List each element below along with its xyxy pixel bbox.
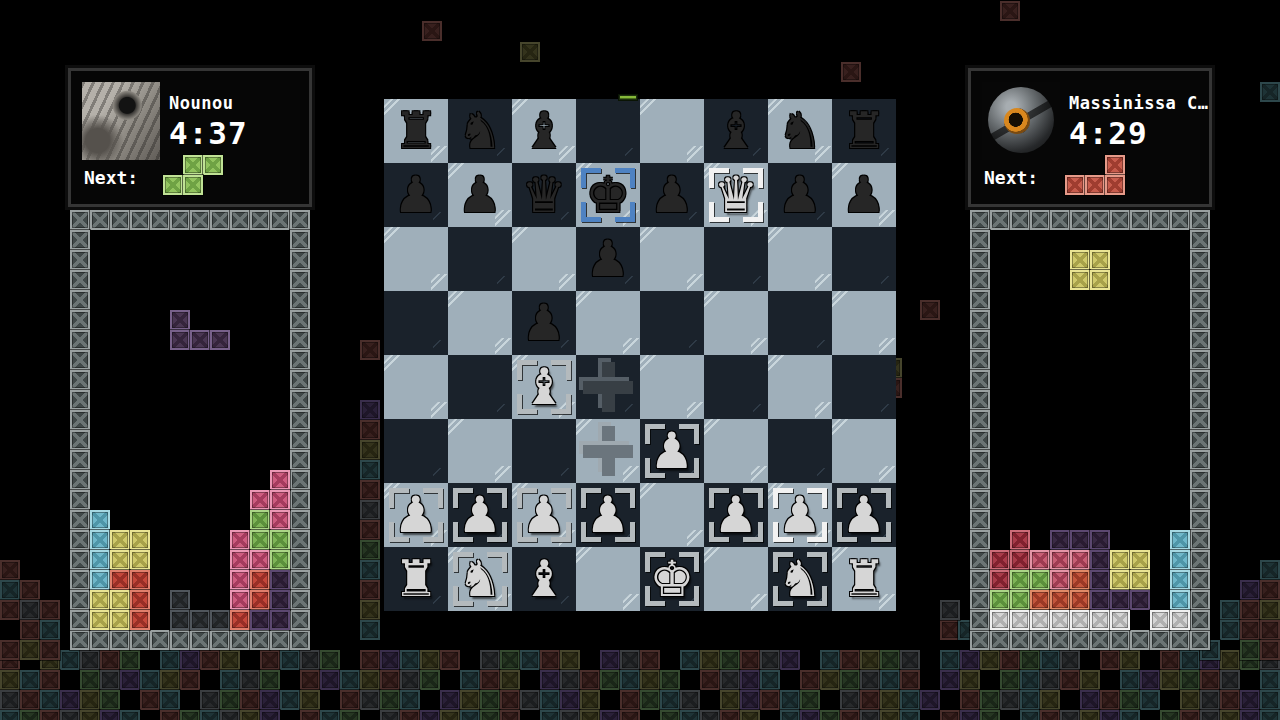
debris-block	[1100, 650, 1120, 670]
debris-block	[1000, 670, 1020, 690]
debris-block	[360, 400, 380, 420]
square-e1[interactable]: ♚	[640, 547, 704, 611]
debris-block	[160, 650, 180, 670]
square-a7[interactable]: ♟	[384, 163, 448, 227]
square-b8[interactable]: ♞	[448, 99, 512, 163]
debris-block	[1240, 690, 1260, 710]
square-a4[interactable]	[384, 355, 448, 419]
black-king-piece: ♚	[576, 163, 640, 227]
well-wall-block	[150, 210, 170, 230]
falling-piece-block	[210, 330, 230, 350]
stack-block	[1010, 570, 1030, 590]
stack-block	[990, 590, 1010, 610]
debris-block	[840, 710, 860, 720]
debris-block	[960, 690, 980, 710]
next-piece-block	[203, 155, 223, 175]
well-wall-block	[270, 630, 290, 650]
well-wall-block	[70, 370, 90, 390]
square-a6[interactable]	[384, 227, 448, 291]
debris-block	[1220, 620, 1240, 640]
debris-block	[500, 650, 520, 670]
black-queen-piece: ♛	[512, 163, 576, 227]
stack-block	[1170, 590, 1190, 610]
well-wall-block	[1110, 210, 1130, 230]
stack-block	[270, 490, 290, 510]
debris-block	[80, 710, 100, 720]
debris-block	[0, 690, 20, 710]
stack-block	[1130, 550, 1150, 570]
debris-block	[1020, 710, 1040, 720]
white-queen-piece: ♛	[704, 163, 768, 227]
square-a3[interactable]	[384, 419, 448, 483]
debris-block	[1240, 600, 1260, 620]
well-wall-block	[290, 590, 310, 610]
square-g8[interactable]: ♞	[768, 99, 832, 163]
debris-block	[840, 690, 860, 710]
debris-block	[900, 690, 920, 710]
right-player-avatar	[982, 82, 1060, 160]
debris-block	[500, 690, 520, 710]
next-piece-block	[1105, 155, 1125, 175]
debris-block	[960, 670, 980, 690]
right-player-clock: 4:29	[1069, 115, 1148, 151]
stack-block	[1010, 550, 1030, 570]
square-h3[interactable]	[832, 419, 896, 483]
square-c3[interactable]	[512, 419, 576, 483]
well-wall-block	[290, 330, 310, 350]
debris-block	[900, 650, 920, 670]
black-rook-piece: ♜	[832, 99, 896, 163]
debris-block	[620, 690, 640, 710]
debris-block	[40, 670, 60, 690]
debris-block	[400, 670, 420, 690]
square-f2[interactable]: ♟	[704, 483, 768, 547]
well-wall-block	[970, 510, 990, 530]
debris-block	[1060, 670, 1080, 690]
well-wall-block	[70, 550, 90, 570]
debris-block	[540, 710, 560, 720]
square-d8[interactable]	[576, 99, 640, 163]
square-c1[interactable]: ♝	[512, 547, 576, 611]
well-wall-block	[1010, 210, 1030, 230]
debris-block	[300, 690, 320, 710]
well-wall-block	[1190, 330, 1210, 350]
stack-block	[1070, 550, 1090, 570]
stack-block	[230, 530, 250, 550]
debris-block	[640, 650, 660, 670]
debris-block	[20, 690, 40, 710]
square-h1[interactable]: ♜	[832, 547, 896, 611]
stack-block	[170, 610, 190, 630]
well-wall-block	[250, 210, 270, 230]
debris-block	[1220, 670, 1240, 690]
debris-block	[320, 710, 340, 720]
stack-block	[1170, 570, 1190, 590]
stack-block	[1090, 530, 1110, 550]
debris-block	[620, 710, 640, 720]
debris-block	[1000, 690, 1020, 710]
debris-block	[340, 670, 360, 690]
square-e6[interactable]	[640, 227, 704, 291]
falling-piece-block	[170, 310, 190, 330]
debris-block	[880, 690, 900, 710]
square-g5[interactable]	[768, 291, 832, 355]
black-bishop-piece: ♝	[512, 99, 576, 163]
well-wall-block	[970, 390, 990, 410]
debris-block	[500, 710, 520, 720]
debris-block	[880, 670, 900, 690]
well-wall-block	[970, 210, 990, 230]
square-f4[interactable]	[704, 355, 768, 419]
debris-block	[700, 710, 720, 720]
stack-block	[1150, 610, 1170, 630]
well-wall-block	[270, 210, 290, 230]
stack-block	[90, 530, 110, 550]
debris-block	[820, 670, 840, 690]
debris-block	[160, 670, 180, 690]
debris-block	[380, 650, 400, 670]
square-b5[interactable]	[448, 291, 512, 355]
white-pawn-piece: ♟	[576, 483, 640, 547]
debris-block	[280, 650, 300, 670]
well-wall-block	[70, 310, 90, 330]
debris-block	[660, 670, 680, 690]
square-b4[interactable]	[448, 355, 512, 419]
well-wall-block	[290, 230, 310, 250]
square-g2[interactable]: ♟	[768, 483, 832, 547]
square-e3[interactable]: ♟	[640, 419, 704, 483]
stack-block	[170, 590, 190, 610]
well-wall-block	[70, 230, 90, 250]
debris-block	[220, 650, 240, 670]
well-wall-block	[1190, 430, 1210, 450]
well-wall-block	[1190, 590, 1210, 610]
debris-block	[1240, 620, 1260, 640]
square-d6[interactable]: ♟	[576, 227, 640, 291]
square-d3[interactable]	[576, 419, 640, 483]
well-wall-block	[210, 630, 230, 650]
well-wall-block	[290, 350, 310, 370]
debris-block	[0, 580, 20, 600]
debris-block	[1180, 650, 1200, 670]
well-wall-block	[970, 630, 990, 650]
square-c7[interactable]: ♛	[512, 163, 576, 227]
debris-block	[1060, 710, 1080, 720]
stack-block	[110, 550, 130, 570]
debris-block	[460, 710, 480, 720]
stack-block	[1070, 590, 1090, 610]
square-f8[interactable]: ♝	[704, 99, 768, 163]
square-f7[interactable]: ♛	[704, 163, 768, 227]
debris-block	[620, 670, 640, 690]
square-d4[interactable]	[576, 355, 640, 419]
debris-block	[360, 650, 380, 670]
debris-block	[80, 650, 100, 670]
square-b3[interactable]	[448, 419, 512, 483]
stack-block	[250, 490, 270, 510]
well-wall-block	[70, 290, 90, 310]
cross-marker	[576, 419, 640, 483]
left-player-name: Nounou	[169, 93, 309, 113]
debris-block	[840, 670, 860, 690]
debris-block	[120, 650, 140, 670]
stack-block	[90, 510, 110, 530]
stack-block	[250, 530, 270, 550]
stack-block	[1050, 590, 1070, 610]
debris-block	[260, 710, 280, 720]
debris-block	[360, 480, 380, 500]
next-piece-block	[183, 175, 203, 195]
stack-block	[1010, 590, 1030, 610]
debris-block	[1040, 650, 1060, 670]
debris-block	[40, 620, 60, 640]
debris-block	[760, 690, 780, 710]
square-a1[interactable]: ♜	[384, 547, 448, 611]
debris-block	[580, 670, 600, 690]
well-wall-block	[1190, 310, 1210, 330]
debris-block	[720, 690, 740, 710]
debris-block	[380, 690, 400, 710]
debris-block	[400, 690, 420, 710]
square-g3[interactable]	[768, 419, 832, 483]
well-wall-block	[290, 270, 310, 290]
stack-block	[90, 550, 110, 570]
debris-block	[422, 21, 442, 41]
debris-block	[1240, 580, 1260, 600]
debris-block	[780, 650, 800, 670]
debris-block	[640, 670, 660, 690]
well-wall-block	[1030, 630, 1050, 650]
debris-block	[20, 710, 40, 720]
well-wall-block	[970, 470, 990, 490]
square-d7[interactable]: ♚	[576, 163, 640, 227]
square-b7[interactable]: ♟	[448, 163, 512, 227]
debris-block	[1000, 650, 1020, 670]
well-wall-block	[1170, 210, 1190, 230]
debris-block	[740, 710, 760, 720]
well-wall-block	[110, 210, 130, 230]
debris-block	[780, 710, 800, 720]
square-h5[interactable]	[832, 291, 896, 355]
debris-block	[60, 650, 80, 670]
white-bishop-piece: ♝	[512, 547, 576, 611]
well-wall-block	[290, 390, 310, 410]
square-d5[interactable]	[576, 291, 640, 355]
well-wall-block	[1150, 210, 1170, 230]
next-piece-block	[163, 175, 183, 195]
square-c8[interactable]: ♝	[512, 99, 576, 163]
stack-block	[190, 610, 210, 630]
square-b6[interactable]	[448, 227, 512, 291]
stack-block	[1030, 590, 1050, 610]
black-pawn-piece: ♟	[832, 163, 896, 227]
stack-block	[270, 590, 290, 610]
square-d2[interactable]: ♟	[576, 483, 640, 547]
right-player-name: Massinissa C…	[1069, 93, 1209, 113]
stack-block	[1010, 610, 1030, 630]
debris-block	[960, 650, 980, 670]
square-e2[interactable]	[640, 483, 704, 547]
debris-block	[940, 620, 960, 640]
debris-block	[340, 710, 360, 720]
black-pawn-piece: ♟	[576, 227, 640, 291]
debris-block	[0, 670, 20, 690]
square-f1[interactable]	[704, 547, 768, 611]
debris-block	[660, 690, 680, 710]
well-wall-block	[190, 630, 210, 650]
stack-block	[1050, 530, 1070, 550]
stack-block	[270, 530, 290, 550]
debris-block	[220, 710, 240, 720]
well-wall-block	[290, 290, 310, 310]
debris-block	[460, 690, 480, 710]
debris-block	[120, 710, 140, 720]
stack-block	[250, 590, 270, 610]
well-wall-block	[70, 590, 90, 610]
black-pawn-piece: ♟	[640, 163, 704, 227]
debris-block	[840, 650, 860, 670]
well-wall-block	[1190, 490, 1210, 510]
debris-block	[1160, 670, 1180, 690]
stack-block	[1050, 570, 1070, 590]
debris-block	[480, 710, 500, 720]
debris-block	[520, 42, 540, 62]
square-a2[interactable]: ♟	[384, 483, 448, 547]
well-wall-block	[230, 210, 250, 230]
well-wall-block	[70, 210, 90, 230]
well-wall-block	[970, 270, 990, 290]
square-f3[interactable]	[704, 419, 768, 483]
debris-block	[360, 500, 380, 520]
debris-block	[40, 710, 60, 720]
debris-block	[620, 650, 640, 670]
debris-block	[940, 670, 960, 690]
square-e4[interactable]	[640, 355, 704, 419]
square-e7[interactable]: ♟	[640, 163, 704, 227]
well-wall-block	[290, 430, 310, 450]
stack-block	[1170, 550, 1190, 570]
white-pawn-piece: ♟	[512, 483, 576, 547]
well-wall-block	[230, 630, 250, 650]
square-g1[interactable]: ♞	[768, 547, 832, 611]
well-wall-block	[1070, 630, 1090, 650]
stack-block	[270, 550, 290, 570]
square-f5[interactable]	[704, 291, 768, 355]
square-a5[interactable]	[384, 291, 448, 355]
debris-block	[880, 650, 900, 670]
debris-block	[1160, 710, 1180, 720]
well-wall-block	[70, 490, 90, 510]
debris-block	[220, 690, 240, 710]
debris-block	[1160, 650, 1180, 670]
square-b1[interactable]: ♞	[448, 547, 512, 611]
debris-block	[1220, 650, 1240, 670]
black-rook-piece: ♜	[384, 99, 448, 163]
debris-block	[920, 690, 940, 710]
square-h8[interactable]: ♜	[832, 99, 896, 163]
square-b2[interactable]: ♟	[448, 483, 512, 547]
square-e8[interactable]	[640, 99, 704, 163]
square-f6[interactable]	[704, 227, 768, 291]
stack-block	[1090, 550, 1110, 570]
stack-block	[1070, 530, 1090, 550]
well-wall-block	[1110, 630, 1130, 650]
debris-block	[680, 710, 700, 720]
stack-block	[90, 610, 110, 630]
square-g7[interactable]: ♟	[768, 163, 832, 227]
debris-block	[940, 710, 960, 720]
square-c6[interactable]	[512, 227, 576, 291]
square-h7[interactable]: ♟	[832, 163, 896, 227]
stack-block	[1050, 610, 1070, 630]
well-wall-block	[970, 370, 990, 390]
stack-block	[270, 510, 290, 530]
square-c4[interactable]: ♝	[512, 355, 576, 419]
debris-block	[1020, 670, 1040, 690]
debris-block	[420, 650, 440, 670]
stack-block	[90, 570, 110, 590]
stack-block	[1010, 530, 1030, 550]
next-piece-block	[183, 155, 203, 175]
square-a8[interactable]: ♜	[384, 99, 448, 163]
square-d1[interactable]	[576, 547, 640, 611]
square-h6[interactable]	[832, 227, 896, 291]
debris-block	[540, 650, 560, 670]
well-wall-block	[150, 630, 170, 650]
white-bishop-piece: ♝	[512, 355, 576, 419]
stack-block	[1030, 610, 1050, 630]
left-player-panel: Nounou 4:37 Next:	[68, 68, 312, 207]
debris-block	[880, 710, 900, 720]
square-c2[interactable]: ♟	[512, 483, 576, 547]
debris-block	[800, 710, 820, 720]
well-wall-block	[290, 510, 310, 530]
debris-block	[180, 670, 200, 690]
square-c5[interactable]: ♟	[512, 291, 576, 355]
game-screen: Nounou 4:37 Next: Massinissa C… 4:29 Nex…	[0, 0, 1280, 720]
square-e5[interactable]	[640, 291, 704, 355]
debris-block	[80, 670, 100, 690]
stack-block	[990, 570, 1010, 590]
well-wall-block	[970, 490, 990, 510]
stack-block	[230, 550, 250, 570]
debris-block	[20, 620, 40, 640]
well-wall-block	[290, 490, 310, 510]
well-wall-block	[1130, 630, 1150, 650]
square-g4[interactable]	[768, 355, 832, 419]
falling-piece-block	[170, 330, 190, 350]
right-next-label: Next:	[984, 167, 1038, 188]
stack-block	[1110, 590, 1130, 610]
well-wall-block	[1190, 410, 1210, 430]
well-wall-block	[1150, 630, 1170, 650]
stack-block	[1090, 590, 1110, 610]
well-wall-block	[970, 410, 990, 430]
square-h4[interactable]	[832, 355, 896, 419]
well-wall-block	[290, 310, 310, 330]
well-wall-block	[970, 250, 990, 270]
square-h2[interactable]: ♟	[832, 483, 896, 547]
well-wall-block	[1190, 210, 1210, 230]
well-wall-block	[990, 210, 1010, 230]
black-bishop-piece: ♝	[704, 99, 768, 163]
debris-block	[720, 670, 740, 690]
debris-block	[1040, 690, 1060, 710]
debris-block	[1200, 690, 1220, 710]
debris-block	[180, 710, 200, 720]
square-g6[interactable]	[768, 227, 832, 291]
right-player-panel: Massinissa C… 4:29 Next:	[968, 68, 1212, 207]
